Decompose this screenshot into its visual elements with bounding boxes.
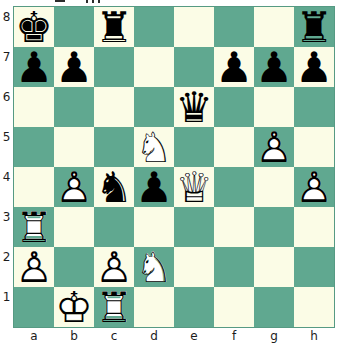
- square-a7[interactable]: ♟: [14, 47, 54, 87]
- square-h5[interactable]: [294, 127, 334, 167]
- square-d4[interactable]: ♟: [134, 167, 174, 207]
- square-f4[interactable]: [214, 167, 254, 207]
- square-a6[interactable]: [14, 87, 54, 127]
- file-label-a: a: [14, 329, 54, 343]
- white-piece-fill: ♚: [54, 288, 94, 328]
- cropped-text-mark: [86, 0, 88, 3]
- square-a4[interactable]: [14, 167, 54, 207]
- black-queen-icon: ♛: [174, 88, 214, 128]
- square-c5[interactable]: [94, 127, 134, 167]
- white-knight-icon: ♘: [134, 248, 174, 288]
- square-b6[interactable]: [54, 87, 94, 127]
- square-c8[interactable]: ♜: [94, 7, 134, 47]
- square-g3[interactable]: [254, 207, 294, 247]
- square-c4[interactable]: ♞: [94, 167, 134, 207]
- square-e7[interactable]: [174, 47, 214, 87]
- square-f7[interactable]: ♟: [214, 47, 254, 87]
- white-piece-fill: ♟: [254, 128, 294, 168]
- chess-board[interactable]: ♚♜♜♟♟♟♟♟♛♞♘♟♙♟♙♞♟♛♕♟♙♜♖♟♙♟♙♞♘♚♔♜♖: [13, 6, 335, 328]
- chess-diagram: 87654321 ♚♜♜♟♟♟♟♟♛♞♘♟♙♟♙♞♟♛♕♟♙♜♖♟♙♟♙♞♘♚♔…: [0, 0, 340, 343]
- cropped-text-mark: [55, 0, 65, 2]
- cropped-text-mark: [98, 0, 100, 3]
- square-a3[interactable]: ♜♖: [14, 207, 54, 247]
- square-g7[interactable]: ♟: [254, 47, 294, 87]
- file-label-g: g: [254, 329, 294, 343]
- square-d2[interactable]: ♞♘: [134, 247, 174, 287]
- white-piece-fill: ♞: [134, 248, 174, 288]
- square-g8[interactable]: [254, 7, 294, 47]
- white-pawn-icon: ♙: [254, 128, 294, 168]
- square-e4[interactable]: ♛♕: [174, 167, 214, 207]
- black-knight-icon: ♞: [94, 168, 134, 208]
- white-piece-fill: ♟: [94, 248, 134, 288]
- square-b3[interactable]: [54, 207, 94, 247]
- square-d8[interactable]: [134, 7, 174, 47]
- square-e3[interactable]: [174, 207, 214, 247]
- rank-label-6: 6: [0, 86, 13, 126]
- black-pawn-icon: ♟: [214, 48, 254, 88]
- square-g2[interactable]: [254, 247, 294, 287]
- square-d3[interactable]: [134, 207, 174, 247]
- white-pawn-icon: ♙: [294, 168, 334, 208]
- black-pawn-icon: ♟: [254, 48, 294, 88]
- square-g6[interactable]: [254, 87, 294, 127]
- square-h7[interactable]: ♟: [294, 47, 334, 87]
- square-b7[interactable]: ♟: [54, 47, 94, 87]
- square-h2[interactable]: [294, 247, 334, 287]
- square-h8[interactable]: ♜: [294, 7, 334, 47]
- square-f2[interactable]: [214, 247, 254, 287]
- square-b1[interactable]: ♚♔: [54, 287, 94, 327]
- white-queen-icon: ♕: [174, 168, 214, 208]
- square-b5[interactable]: [54, 127, 94, 167]
- square-b8[interactable]: [54, 7, 94, 47]
- square-a2[interactable]: ♟♙: [14, 247, 54, 287]
- file-label-d: d: [134, 329, 174, 343]
- rank-label-7: 7: [0, 46, 13, 86]
- square-b4[interactable]: ♟♙: [54, 167, 94, 207]
- black-pawn-icon: ♟: [294, 48, 334, 88]
- square-g1[interactable]: [254, 287, 294, 327]
- white-piece-fill: ♟: [294, 168, 334, 208]
- black-rook-icon: ♜: [94, 8, 134, 48]
- black-pawn-icon: ♟: [134, 168, 174, 208]
- file-label-f: f: [214, 329, 254, 343]
- white-piece-fill: ♛: [174, 168, 214, 208]
- cropped-text-artifact: [0, 0, 340, 4]
- rank-label-8: 8: [0, 6, 13, 46]
- square-g4[interactable]: [254, 167, 294, 207]
- white-piece-fill: ♜: [14, 208, 54, 248]
- rank-label-1: 1: [0, 286, 13, 326]
- square-g5[interactable]: ♟♙: [254, 127, 294, 167]
- rank-label-5: 5: [0, 126, 13, 166]
- rank-labels: 87654321: [0, 6, 13, 326]
- square-c3[interactable]: [94, 207, 134, 247]
- square-c7[interactable]: [94, 47, 134, 87]
- white-piece-fill: ♞: [134, 128, 174, 168]
- white-pawn-icon: ♙: [94, 248, 134, 288]
- white-piece-fill: ♜: [94, 288, 134, 328]
- white-piece-fill: ♟: [54, 168, 94, 208]
- square-e2[interactable]: [174, 247, 214, 287]
- square-c1[interactable]: ♜♖: [94, 287, 134, 327]
- white-pawn-icon: ♙: [54, 168, 94, 208]
- file-labels: abcdefgh: [14, 329, 334, 343]
- square-b2[interactable]: [54, 247, 94, 287]
- square-d6[interactable]: [134, 87, 174, 127]
- white-knight-icon: ♘: [134, 128, 174, 168]
- black-king-icon: ♚: [14, 8, 54, 48]
- black-rook-icon: ♜: [294, 8, 334, 48]
- square-h6[interactable]: [294, 87, 334, 127]
- white-king-icon: ♔: [54, 288, 94, 328]
- square-d5[interactable]: ♞♘: [134, 127, 174, 167]
- square-h4[interactable]: ♟♙: [294, 167, 334, 207]
- square-c2[interactable]: ♟♙: [94, 247, 134, 287]
- file-label-e: e: [174, 329, 214, 343]
- square-f1[interactable]: [214, 287, 254, 327]
- square-h3[interactable]: [294, 207, 334, 247]
- square-e1[interactable]: [174, 287, 214, 327]
- white-rook-icon: ♖: [94, 288, 134, 328]
- square-a5[interactable]: [14, 127, 54, 167]
- square-f6[interactable]: [214, 87, 254, 127]
- file-label-h: h: [294, 329, 334, 343]
- square-f3[interactable]: [214, 207, 254, 247]
- white-rook-icon: ♖: [14, 208, 54, 248]
- square-a8[interactable]: ♚: [14, 7, 54, 47]
- file-label-c: c: [94, 329, 134, 343]
- square-e6[interactable]: ♛: [174, 87, 214, 127]
- rank-label-3: 3: [0, 206, 13, 246]
- black-pawn-icon: ♟: [54, 48, 94, 88]
- square-e5[interactable]: [174, 127, 214, 167]
- black-pawn-icon: ♟: [14, 48, 54, 88]
- square-a1[interactable]: [14, 287, 54, 327]
- white-pawn-icon: ♙: [14, 248, 54, 288]
- square-d7[interactable]: [134, 47, 174, 87]
- square-h1[interactable]: [294, 287, 334, 327]
- square-f8[interactable]: [214, 7, 254, 47]
- rank-label-2: 2: [0, 246, 13, 286]
- square-e8[interactable]: [174, 7, 214, 47]
- rank-label-4: 4: [0, 166, 13, 206]
- square-c6[interactable]: [94, 87, 134, 127]
- white-piece-fill: ♟: [14, 248, 54, 288]
- square-f5[interactable]: [214, 127, 254, 167]
- square-d1[interactable]: [134, 287, 174, 327]
- file-label-b: b: [54, 329, 94, 343]
- cropped-text-mark: [92, 0, 94, 3]
